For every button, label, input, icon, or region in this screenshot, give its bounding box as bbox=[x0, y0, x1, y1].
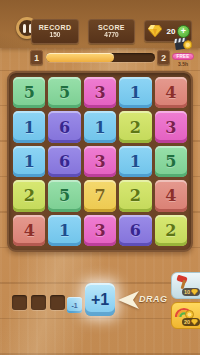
free-timer: 3.5h bbox=[169, 61, 197, 67]
tile-5[interactable]: 5 bbox=[13, 77, 45, 108]
level-current: 1 bbox=[30, 50, 43, 65]
tile-7[interactable]: 7 bbox=[84, 180, 116, 211]
score-label: SCORE bbox=[89, 24, 134, 31]
gem-count: 20 bbox=[165, 27, 177, 36]
free-reward-button[interactable]: FREE 3.5h bbox=[169, 37, 197, 67]
empty-slot bbox=[31, 295, 46, 310]
rainbow-powerup-button[interactable]: 20 bbox=[171, 302, 200, 329]
tile-3[interactable]: 3 bbox=[155, 111, 187, 142]
gem-icon bbox=[148, 25, 162, 37]
rainbow-icon bbox=[175, 305, 195, 319]
record-value: 150 bbox=[32, 31, 78, 38]
record-panel: RECORD 150 bbox=[31, 19, 79, 44]
tile-3[interactable]: 3 bbox=[84, 146, 116, 177]
tile-6[interactable]: 6 bbox=[48, 111, 80, 142]
tile-2[interactable]: 2 bbox=[13, 180, 45, 211]
tile-1[interactable]: 1 bbox=[119, 146, 151, 177]
empty-slot bbox=[50, 295, 65, 310]
game-screen: RECORD 150 SCORE 4770 20 + 1 2 FREE 3.5h bbox=[0, 0, 200, 355]
tile-6[interactable]: 6 bbox=[119, 215, 151, 246]
tile-2[interactable]: 2 bbox=[119, 111, 151, 142]
hammer-cost-badge: 10 bbox=[182, 288, 200, 296]
score-value: 4770 bbox=[89, 31, 134, 38]
tile-2[interactable]: 2 bbox=[119, 180, 151, 211]
drag-arrow-icon bbox=[116, 290, 140, 310]
record-label: RECORD bbox=[32, 24, 78, 31]
tile-3[interactable]: 3 bbox=[84, 215, 116, 246]
tile-4[interactable]: 4 bbox=[155, 77, 187, 108]
hammer-powerup-button[interactable]: 10 bbox=[171, 272, 200, 299]
tile-2[interactable]: 2 bbox=[155, 215, 187, 246]
draggable-plus-one-tile[interactable]: +1 bbox=[85, 283, 115, 316]
pause-icon bbox=[23, 24, 26, 33]
tray-slots bbox=[12, 295, 65, 310]
progress-fill bbox=[46, 53, 114, 62]
tile-5[interactable]: 5 bbox=[48, 77, 80, 108]
tile-1[interactable]: 1 bbox=[13, 146, 45, 177]
tile-1[interactable]: 1 bbox=[84, 111, 116, 142]
empty-slot bbox=[12, 295, 27, 310]
tile-4[interactable]: 4 bbox=[13, 215, 45, 246]
hammer-cost: 10 bbox=[184, 288, 190, 296]
tile-1[interactable]: 1 bbox=[119, 77, 151, 108]
rainbow-cost: 20 bbox=[184, 318, 190, 326]
board-grid: 5531416123163152572441362 bbox=[13, 77, 187, 246]
tile-1[interactable]: 1 bbox=[13, 111, 45, 142]
game-board: 5531416123163152572441362 bbox=[7, 71, 193, 252]
gem-icon bbox=[191, 289, 198, 295]
rainbow-cost-badge: 20 bbox=[182, 318, 200, 326]
tile-6[interactable]: 6 bbox=[48, 146, 80, 177]
tile-4[interactable]: 4 bbox=[155, 180, 187, 211]
tile-5[interactable]: 5 bbox=[155, 146, 187, 177]
score-panel: SCORE 4770 bbox=[88, 19, 135, 44]
drag-hint-label: DRAG bbox=[139, 294, 168, 304]
free-label: FREE bbox=[172, 53, 194, 60]
gem-icon bbox=[191, 319, 198, 325]
clapperboard-icon bbox=[173, 36, 193, 51]
level-progress-bar bbox=[46, 53, 155, 62]
queue-tile: -1 bbox=[67, 297, 82, 313]
tile-3[interactable]: 3 bbox=[84, 77, 116, 108]
tile-1[interactable]: 1 bbox=[48, 215, 80, 246]
tile-5[interactable]: 5 bbox=[48, 180, 80, 211]
